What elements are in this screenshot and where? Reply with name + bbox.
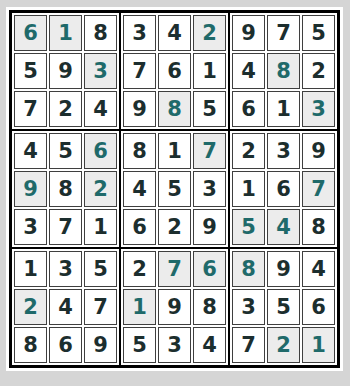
cell-r9c9[interactable]: 1 [302,327,335,363]
cell-r8c5[interactable]: 9 [158,289,191,325]
box-5: 817453629 [121,131,228,247]
cell-r2c1[interactable]: 5 [14,53,47,89]
cell-r8c4[interactable]: 1 [123,289,156,325]
cell-r5c3[interactable]: 2 [84,171,117,207]
cell-r1c8[interactable]: 7 [267,15,300,51]
cell-r1c9[interactable]: 5 [302,15,335,51]
cell-r2c8[interactable]: 8 [267,53,300,89]
cell-r5c5[interactable]: 5 [158,171,191,207]
box-3: 975482613 [230,13,337,129]
cell-r6c1[interactable]: 3 [14,209,47,245]
cell-r6c6[interactable]: 9 [193,209,226,245]
cell-r9c2[interactable]: 6 [49,327,82,363]
board-frame: 6185937243427619859754826134569823718174… [6,7,343,371]
cell-r3c8[interactable]: 1 [267,91,300,127]
box-1: 618593724 [12,13,119,129]
sudoku-board: 6185937243427619859754826134569823718174… [9,10,340,368]
cell-r7c6[interactable]: 6 [193,251,226,287]
cell-r3c9[interactable]: 3 [302,91,335,127]
cell-r5c7[interactable]: 1 [232,171,265,207]
cell-r7c4[interactable]: 2 [123,251,156,287]
cell-r2c5[interactable]: 6 [158,53,191,89]
box-4: 456982371 [12,131,119,247]
box-6: 239167548 [230,131,337,247]
cell-r3c2[interactable]: 2 [49,91,82,127]
cell-r8c2[interactable]: 4 [49,289,82,325]
cell-r9c8[interactable]: 2 [267,327,300,363]
cell-r3c3[interactable]: 4 [84,91,117,127]
cell-r1c7[interactable]: 9 [232,15,265,51]
cell-r7c2[interactable]: 3 [49,251,82,287]
cell-r4c6[interactable]: 7 [193,133,226,169]
cell-r1c1[interactable]: 6 [14,15,47,51]
cell-r9c3[interactable]: 9 [84,327,117,363]
cell-r7c8[interactable]: 9 [267,251,300,287]
cell-r5c8[interactable]: 6 [267,171,300,207]
cell-r3c5[interactable]: 8 [158,91,191,127]
cell-r2c4[interactable]: 7 [123,53,156,89]
box-2: 342761985 [121,13,228,129]
cell-r4c7[interactable]: 2 [232,133,265,169]
cell-r8c9[interactable]: 6 [302,289,335,325]
box-7: 135247869 [12,249,119,365]
cell-r7c7[interactable]: 8 [232,251,265,287]
cell-r5c1[interactable]: 9 [14,171,47,207]
box-9: 894356721 [230,249,337,365]
cell-r2c6[interactable]: 1 [193,53,226,89]
cell-r4c8[interactable]: 3 [267,133,300,169]
cell-r2c7[interactable]: 4 [232,53,265,89]
cell-r6c2[interactable]: 7 [49,209,82,245]
cell-r6c9[interactable]: 8 [302,209,335,245]
cell-r2c9[interactable]: 2 [302,53,335,89]
cell-r8c8[interactable]: 5 [267,289,300,325]
cell-r5c2[interactable]: 8 [49,171,82,207]
cell-r3c7[interactable]: 6 [232,91,265,127]
cell-r5c6[interactable]: 3 [193,171,226,207]
cell-r6c3[interactable]: 1 [84,209,117,245]
cell-r7c5[interactable]: 7 [158,251,191,287]
cell-r9c7[interactable]: 7 [232,327,265,363]
cell-r5c9[interactable]: 7 [302,171,335,207]
cell-r4c5[interactable]: 1 [158,133,191,169]
cell-r2c2[interactable]: 9 [49,53,82,89]
cell-r9c6[interactable]: 4 [193,327,226,363]
cell-r6c8[interactable]: 4 [267,209,300,245]
cell-r5c4[interactable]: 4 [123,171,156,207]
box-8: 276198534 [121,249,228,365]
cell-r6c5[interactable]: 2 [158,209,191,245]
cell-r1c5[interactable]: 4 [158,15,191,51]
cell-r6c4[interactable]: 6 [123,209,156,245]
cell-r8c3[interactable]: 7 [84,289,117,325]
cell-r7c9[interactable]: 4 [302,251,335,287]
cell-r4c2[interactable]: 5 [49,133,82,169]
cell-r3c1[interactable]: 7 [14,91,47,127]
cell-r9c5[interactable]: 3 [158,327,191,363]
cell-r7c3[interactable]: 5 [84,251,117,287]
cell-r1c4[interactable]: 3 [123,15,156,51]
cell-r9c1[interactable]: 8 [14,327,47,363]
cell-r3c6[interactable]: 5 [193,91,226,127]
cell-r9c4[interactable]: 5 [123,327,156,363]
cell-r2c3[interactable]: 3 [84,53,117,89]
cell-r4c3[interactable]: 6 [84,133,117,169]
cell-r4c9[interactable]: 9 [302,133,335,169]
cell-r3c4[interactable]: 9 [123,91,156,127]
cell-r1c2[interactable]: 1 [49,15,82,51]
cell-r4c4[interactable]: 8 [123,133,156,169]
cell-r1c3[interactable]: 8 [84,15,117,51]
cell-r7c1[interactable]: 1 [14,251,47,287]
page: 6185937243427619859754826134569823718174… [0,0,350,386]
cell-r1c6[interactable]: 2 [193,15,226,51]
cell-r6c7[interactable]: 5 [232,209,265,245]
cell-r8c6[interactable]: 8 [193,289,226,325]
cell-r4c1[interactable]: 4 [14,133,47,169]
cell-r8c7[interactable]: 3 [232,289,265,325]
cell-r8c1[interactable]: 2 [14,289,47,325]
